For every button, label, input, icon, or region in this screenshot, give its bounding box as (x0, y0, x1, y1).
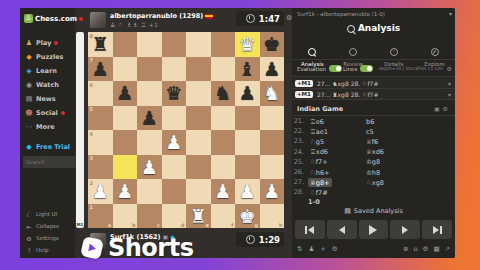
clock-icon (246, 235, 255, 244)
square-d4[interactable]: ♟ (162, 130, 187, 155)
step-forward-button[interactable] (390, 220, 420, 239)
light-ui-icon: ☾ (25, 211, 33, 218)
square-g8[interactable]: ♛ (235, 32, 260, 57)
piece-bB-g7: ♝ (235, 57, 260, 82)
copy-icon[interactable]: ▣ (434, 105, 443, 112)
panel-header: Analysis (292, 23, 455, 33)
rooms-icon[interactable]: ⌂ (413, 245, 417, 253)
sidebar-menu: ♟Play◆Puzzles◈Learn◉Watch▤News☻Social⋯Mo… (20, 36, 75, 134)
compass-icon (431, 48, 439, 56)
chesscom-logo[interactable]: ♙ Chess.com (24, 14, 83, 23)
jump-start-button[interactable] (295, 220, 325, 239)
move-white-25.[interactable]: ♘f7+ (308, 158, 364, 166)
move-black-21.[interactable]: b6 (364, 117, 420, 125)
square-g5[interactable] (235, 106, 260, 131)
collapse-caret-icon[interactable]: ▾ (449, 10, 452, 17)
saved-analysis-button[interactable]: ▤Saved Analysis (292, 207, 455, 215)
step-back-button[interactable] (327, 220, 357, 239)
square-b6[interactable]: ♟ (113, 81, 138, 106)
piece-wP-f2: ♟ (211, 179, 236, 204)
piece-wR-e1: ♜ (186, 204, 211, 229)
material-count: +1 (149, 22, 158, 28)
square-d8[interactable] (162, 32, 187, 57)
move-black-26.[interactable]: ♔h8 (364, 168, 420, 176)
move-black-23.[interactable]: ♕f6 (364, 137, 420, 145)
piece-wP-h2: ♟ (260, 179, 285, 204)
square-e1[interactable]: e♜ (186, 204, 211, 229)
piece-wP-g2: ♟ (235, 179, 260, 204)
free-trial-label: Free Trial (36, 143, 70, 151)
sidebar-item-news[interactable]: ▤News (20, 92, 75, 106)
lines-toggle[interactable] (360, 65, 373, 72)
engine-settings-icon[interactable]: ⚙ (447, 65, 452, 72)
move-row-24.: 24.♖xd6♕xd6 (292, 147, 455, 157)
piece-bP-b6: ♟ (113, 81, 138, 106)
move-row-28.: 28.♘f7# (292, 187, 455, 197)
square-d2[interactable] (162, 179, 187, 204)
square-h3[interactable] (260, 155, 285, 180)
eval-badge: +M1 (295, 80, 313, 87)
sidebar-util-settings[interactable]: ⚙Settings (20, 232, 75, 244)
piece-bQ-d6: ♛ (162, 81, 187, 106)
diamond-icon: ◆ (25, 143, 33, 151)
magnifier-icon (308, 48, 316, 56)
square-f5[interactable] (211, 106, 236, 131)
square-b1[interactable]: b (113, 204, 138, 229)
zoom-icon[interactable]: ⊕ (403, 245, 408, 253)
square-a3[interactable]: 3 (88, 155, 113, 180)
square-h1[interactable]: h (260, 204, 285, 229)
piece-wP-a2: ♟ (88, 179, 113, 204)
square-h5[interactable] (260, 106, 285, 131)
social-icon: ☻ (25, 109, 33, 117)
top-player-name[interactable]: albertoparranublo (1298) (110, 12, 213, 20)
file-label-b: b (132, 222, 136, 228)
piece-wP-d4: ♟ (162, 130, 187, 155)
square-b7[interactable] (113, 57, 138, 82)
square-c1[interactable]: c (137, 204, 162, 229)
square-d5[interactable] (162, 106, 187, 131)
square-d1[interactable]: d (162, 204, 187, 229)
jump-end-button[interactable] (422, 220, 452, 239)
piece-wK-g1: ♚ (235, 204, 260, 229)
square-c8[interactable] (137, 32, 162, 57)
move-list: 21.♖e6b622.♖ae1c523.♘g5♕f624.♖xd6♕xd625.… (292, 116, 455, 198)
engine-toggle-row: depth=20 | Stockfish 11 Lite ⚙ Evaluatio… (292, 62, 455, 77)
square-h2[interactable]: ♟ (260, 179, 285, 204)
bottom-toolbar: ⇅♟+⚙ ⊕⌂⚙▦↗ (292, 244, 455, 256)
move-row-26.: 26.♘h6+♔h8 (292, 167, 455, 177)
square-h7[interactable]: ♟ (260, 57, 285, 82)
chess-board: 8♜♛♚7♟♝♟6♟♛♞♟♞5♟4♟3♟2♟♟♟♟♟1abcde♜fg♚h (88, 32, 284, 228)
evaluation-bar: M1 (76, 32, 84, 228)
top-player-avatar[interactable] (90, 12, 106, 28)
collapse-icon: ⇤ (25, 223, 33, 230)
top-player-bar: albertoparranublo (1298) ♙ ♘ ♗♗ ♖ +1 1:4… (88, 9, 284, 31)
piece-bP-a7: ♟ (88, 57, 113, 82)
piece-bN-f6: ♞ (211, 81, 236, 106)
eval-badge: +M1 (295, 91, 313, 98)
piece-wP-b2: ♟ (113, 179, 138, 204)
piece-wN-h6: ♞ (260, 81, 285, 106)
square-e2[interactable] (186, 179, 211, 204)
square-f6[interactable]: ♞ (211, 81, 236, 106)
square-c6[interactable] (137, 81, 162, 106)
square-c7[interactable] (137, 57, 162, 82)
rank-label-4: 4 (90, 131, 93, 137)
engine-info: depth=20 | Stockfish 11 Lite (379, 66, 443, 71)
game-result: 1-0 (308, 198, 320, 206)
square-g3[interactable] (235, 155, 260, 180)
tab-explore[interactable]: Explore (414, 39, 455, 59)
piece-wP-c3: ♟ (137, 155, 162, 180)
sidebar-item-puzzles[interactable]: ◆Puzzles (20, 50, 75, 64)
square-e3[interactable] (186, 155, 211, 180)
square-a5[interactable]: 5 (88, 106, 113, 131)
square-a6[interactable]: 6 (88, 81, 113, 106)
square-e5[interactable] (186, 106, 211, 131)
square-h8[interactable]: ♚ (260, 32, 285, 57)
info-icon (390, 48, 398, 56)
opening-name[interactable]: Indian Game (297, 105, 343, 113)
analysis-panel: Surf1k - albertoparranublo (1-0) ▾ Analy… (292, 8, 455, 258)
pieces-icon[interactable]: ♟ (308, 245, 314, 253)
rank-label-5: 5 (90, 106, 93, 112)
square-g2[interactable]: ♟ (235, 179, 260, 204)
file-label-c: c (157, 222, 160, 228)
piece-wQ-g8: ♛ (235, 32, 260, 57)
square-g4[interactable] (235, 130, 260, 155)
move-row-23.: 23.♘g5♕f6 (292, 136, 455, 146)
piece-bP-c5: ♟ (137, 106, 162, 131)
square-f1[interactable]: f (211, 204, 236, 229)
puzzles-icon: ◆ (25, 53, 33, 61)
play-icon: ♟ (25, 39, 33, 47)
square-g1[interactable]: g♚ (235, 204, 260, 229)
clock-icon (246, 14, 255, 23)
square-h6[interactable]: ♞ (260, 81, 285, 106)
square-b2[interactable]: ♟ (113, 179, 138, 204)
settings-icon: ⚙ (25, 235, 33, 242)
bottom-clock-time: 1:29 (259, 235, 280, 245)
file-label-f: f (231, 222, 233, 228)
rank-label-6: 6 (90, 82, 93, 88)
expand-line-icon[interactable]: ▾ (448, 91, 451, 98)
move-row-22.: 22.♖ae1c5 (292, 126, 455, 136)
playback-controls (295, 220, 452, 239)
move-white-24.[interactable]: ♖xd6 (308, 148, 364, 156)
move-row-27.: 27.♕g8+♘xg8 (292, 177, 455, 187)
move-black-22.[interactable]: c5 (364, 127, 420, 135)
evaluation-label: M1 (76, 222, 84, 227)
flip-icon[interactable]: ⇅ (297, 245, 302, 253)
settings-icon[interactable]: ⚙ (332, 245, 338, 253)
tab-details[interactable]: Details (374, 39, 415, 59)
file-label-d: d (181, 222, 185, 228)
bottom-player-clock: 1:29 (236, 232, 284, 247)
piece-bP-h7: ♟ (260, 57, 285, 82)
gear-icon[interactable]: ⚙ (423, 245, 429, 253)
game-title: Surf1k - albertoparranublo (1-0) (297, 11, 447, 17)
square-d6[interactable]: ♛ (162, 81, 187, 106)
piece-bP-g6: ♟ (235, 81, 260, 106)
circle-icon (349, 48, 357, 56)
move-black-27.[interactable]: ♘xg8 (364, 178, 420, 186)
evaluation-toggle[interactable] (329, 65, 342, 72)
sidebar-item-watch[interactable]: ◉Watch (20, 78, 75, 92)
square-b3[interactable] (113, 155, 138, 180)
move-black-24.[interactable]: ♕xd6 (364, 148, 420, 156)
share-icon[interactable]: ↗ (445, 245, 450, 253)
square-c2[interactable] (137, 179, 162, 204)
square-e8[interactable] (186, 32, 211, 57)
pawn-logo-icon: ♙ (24, 14, 33, 23)
sidebar: ♙ Chess.com ♟Play◆Puzzles◈Learn◉Watch▤Ne… (20, 8, 75, 258)
square-c4[interactable] (137, 130, 162, 155)
move-white-23.[interactable]: ♘g5 (308, 137, 364, 145)
square-f7[interactable] (211, 57, 236, 82)
watch-icon: ◉ (25, 81, 33, 89)
sidebar-utils: ☾Light UI⇤Collapse⚙Settings?Help (20, 208, 75, 256)
square-a7[interactable]: 7♟ (88, 57, 113, 82)
square-g6[interactable]: ♟ (235, 81, 260, 106)
sidebar-item-social[interactable]: ☻Social (20, 106, 75, 120)
square-f2[interactable]: ♟ (211, 179, 236, 204)
square-a2[interactable]: 2♟ (88, 179, 113, 204)
sidebar-util-collapse[interactable]: ⇤Collapse (20, 220, 75, 232)
top-player-captured-pieces: ♙ ♘ ♗♗ ♖ +1 (110, 21, 158, 28)
square-e6[interactable] (186, 81, 211, 106)
shorts-logo: Shorts (82, 234, 193, 262)
opening-row: Indian Game ▣⚙ (292, 102, 455, 116)
more-icon: ⋯ (25, 123, 33, 131)
move-white-22.[interactable]: ♖ae1 (308, 127, 364, 135)
engine-line-2[interactable]: +M127... ♜xg8 28. ♘f7#▾ (292, 89, 455, 100)
shorts-play-icon (80, 236, 104, 260)
square-e7[interactable] (186, 57, 211, 82)
news-icon: ▤ (25, 95, 33, 103)
move-white-28.[interactable]: ♘f7# (308, 188, 364, 196)
notification-badge (79, 17, 83, 21)
square-h4[interactable] (260, 130, 285, 155)
search-input[interactable] (23, 156, 76, 168)
shorts-label: Shorts (108, 234, 193, 262)
play-button[interactable] (359, 220, 389, 239)
sidebar-item-more[interactable]: ⋯More (20, 120, 75, 134)
sidebar-item-learn[interactable]: ◈Learn (20, 64, 75, 78)
help-icon: ? (25, 247, 33, 254)
save-disk-icon: ▤ (344, 207, 351, 215)
rank-label-3: 3 (90, 155, 93, 161)
panel-tabs: AnalysisReviewDetailsExplore (292, 39, 455, 60)
magnifier-icon (347, 25, 355, 33)
move-row-25.: 25.♘f7+♔g8 (292, 157, 455, 167)
engine-line-1[interactable]: +M127... ♞xg8 28. ♘f7#▾ (292, 78, 455, 89)
square-c5[interactable]: ♟ (137, 106, 162, 131)
square-b8[interactable] (113, 32, 138, 57)
file-label-a: a (108, 222, 111, 228)
camera-icon[interactable]: ▦ (433, 245, 439, 253)
square-a1[interactable]: 1a (88, 204, 113, 229)
move-row-21.: 21.♖e6b6 (292, 116, 455, 126)
square-d7[interactable] (162, 57, 187, 82)
square-b5[interactable] (113, 106, 138, 131)
rank-label-1: 1 (90, 204, 93, 210)
spain-flag (205, 14, 213, 19)
move-white-21.[interactable]: ♖e6 (308, 117, 364, 125)
sidebar-item-play[interactable]: ♟Play (20, 36, 75, 50)
move-black-25.[interactable]: ♔g8 (364, 158, 420, 166)
piece-bR-a8: ♜ (88, 32, 113, 57)
red-badge (54, 41, 58, 45)
tab-analysis[interactable]: Analysis (292, 39, 333, 59)
expand-line-icon[interactable]: ▾ (448, 80, 451, 87)
learn-icon: ◈ (25, 67, 33, 75)
move-white-27.[interactable]: ♕g8+ (308, 178, 364, 186)
square-b4[interactable] (113, 130, 138, 155)
logo-text: Chess.com (35, 15, 77, 23)
top-player-clock: 1:47 (236, 11, 284, 26)
top-clock-time: 1:47 (259, 14, 280, 24)
square-a4[interactable]: 4 (88, 130, 113, 155)
file-label-h: h (279, 222, 283, 228)
tab-review[interactable]: Review (333, 39, 374, 59)
square-f8[interactable] (211, 32, 236, 57)
sidebar-util-light-ui[interactable]: ☾Light UI (20, 208, 75, 220)
square-f4[interactable] (211, 130, 236, 155)
square-d3[interactable] (162, 155, 187, 180)
sidebar-item-free-trial[interactable]: ◆ Free Trial (20, 140, 75, 154)
square-g7[interactable]: ♝ (235, 57, 260, 82)
square-e4[interactable] (186, 130, 211, 155)
piece-bK-h8: ♚ (260, 32, 285, 57)
square-c3[interactable]: ♟ (137, 155, 162, 180)
move-black-28.[interactable] (364, 188, 420, 196)
page: ♙ Chess.com ♟Play◆Puzzles◈Learn◉Watch▤Ne… (0, 0, 480, 270)
add-icon[interactable]: + (320, 245, 325, 253)
opening-settings-icon[interactable]: ⚙ (443, 105, 451, 112)
square-a8[interactable]: 8♜ (88, 32, 113, 57)
red-badge (61, 111, 65, 115)
move-white-26.[interactable]: ♘h6+ (308, 168, 364, 176)
square-f3[interactable] (211, 155, 236, 180)
sidebar-util-help[interactable]: ?Help (20, 244, 75, 256)
